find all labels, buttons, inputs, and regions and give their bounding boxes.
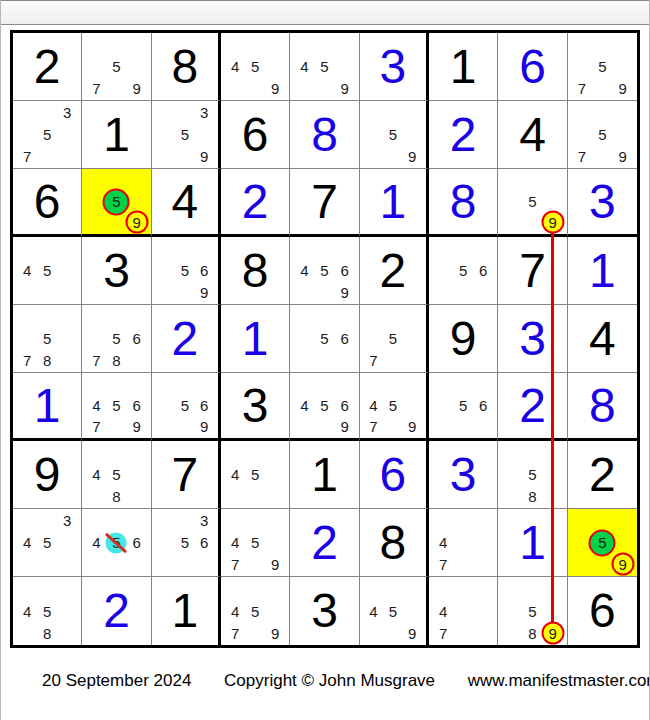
cell-r6c3[interactable]: 569: [152, 373, 221, 441]
sudoku-board: 2579845945931657935713596859245796594271…: [10, 30, 640, 648]
candidate-digit: 5: [245, 532, 265, 554]
pencil-marks: 56: [433, 238, 493, 303]
candidate-digit: 6: [473, 395, 493, 416]
pencil-marks: 569: [156, 374, 214, 437]
cell-r9c3[interactable]: 1: [152, 577, 221, 645]
candidate-digit: 9: [265, 553, 285, 575]
cell-r2c2[interactable]: 1: [82, 101, 151, 169]
cell-r1c4[interactable]: 459: [221, 33, 290, 101]
candidate-digit: 5: [592, 124, 612, 146]
cell-r1c2[interactable]: 579: [82, 33, 151, 101]
pencil-marks: 4579: [364, 374, 422, 437]
pencil-marks: 45: [17, 238, 77, 303]
candidate-digit: 9: [613, 145, 633, 167]
pencil-marks: 459: [225, 34, 285, 99]
footer-copyright: Copyright © John Musgrave: [224, 671, 435, 691]
footer-date: 20 September 2024: [42, 671, 191, 691]
cell-value: 7: [290, 169, 358, 234]
cell-r6c4[interactable]: 3: [221, 373, 290, 441]
pencil-marks: 47: [433, 510, 493, 575]
cell-r3c9[interactable]: 3: [568, 169, 637, 237]
pencil-marks: 579: [572, 34, 633, 99]
cell-value: 2: [221, 169, 289, 234]
cell-value: 9: [13, 441, 81, 508]
pencil-marks: 4569: [294, 374, 354, 437]
candidate-digit: 7: [86, 77, 106, 99]
candidate-digit: 9: [127, 77, 147, 99]
candidate-digit: 8: [522, 622, 542, 644]
cell-value: 8: [360, 509, 426, 576]
candidate-digit: 6: [335, 260, 355, 282]
cell-r9c4[interactable]: 4579: [221, 577, 290, 645]
candidate-digit: 7: [86, 416, 106, 437]
pencil-marks: 4579: [225, 510, 285, 575]
candidate-digit: 3: [195, 510, 214, 532]
cell-r1c3[interactable]: 8: [152, 33, 221, 101]
candidate-digit: 5: [106, 56, 126, 78]
candidate-digit: 6: [127, 328, 147, 350]
candidate-digit: 4: [225, 464, 245, 486]
pencil-marks: 356: [156, 510, 214, 575]
cell-r6c1[interactable]: 1: [13, 373, 82, 441]
cell-r8c4[interactable]: 4579: [221, 509, 290, 577]
candidate-digit: 6: [335, 395, 355, 416]
pencil-marks: 458: [17, 578, 77, 644]
pencil-marks: 578: [17, 306, 77, 371]
candidate-circle-ring: [611, 552, 634, 575]
pencil-marks: 459: [364, 578, 422, 644]
cell-r4c1[interactable]: 45: [13, 237, 82, 305]
cell-value: 1: [568, 237, 637, 304]
pencil-marks: 59: [364, 102, 422, 167]
candidate-digit: 6: [195, 532, 214, 554]
candidate-digit: 7: [572, 145, 592, 167]
candidate-digit: 9: [195, 281, 214, 303]
cell-r6c8[interactable]: 2: [498, 373, 567, 441]
candidate-digit: 6: [473, 260, 493, 282]
candidate-digit: 5: [245, 600, 265, 622]
cell-value: 8: [221, 237, 289, 304]
candidate-digit: 9: [403, 622, 422, 644]
candidate-digit: 7: [17, 349, 37, 371]
pencil-marks: 47: [433, 578, 493, 644]
candidate-digit: 6: [195, 395, 214, 416]
cell-value: 6: [13, 169, 81, 234]
candidate-digit: 5: [383, 600, 402, 622]
candidate-digit: 9: [127, 416, 147, 437]
cell-r9c6[interactable]: 459: [360, 577, 429, 645]
cell-r5c7[interactable]: 9: [429, 305, 498, 373]
candidate-digit: 4: [433, 600, 453, 622]
cell-r7c7[interactable]: 3: [429, 441, 498, 509]
cell-r5c8[interactable]: 3: [498, 305, 567, 373]
cell-r5c9[interactable]: 4: [568, 305, 637, 373]
candidate-digit: 9: [195, 416, 214, 437]
cell-r9c9[interactable]: 6: [568, 577, 637, 645]
cell-r3c6[interactable]: 1: [360, 169, 429, 237]
cell-r5c1[interactable]: 578: [13, 305, 82, 373]
cell-r1c6[interactable]: 3: [360, 33, 429, 101]
cell-r8c6[interactable]: 8: [360, 509, 429, 577]
cell-value: 4: [568, 305, 637, 372]
cell-r2c9[interactable]: 579: [568, 101, 637, 169]
cell-r4c4[interactable]: 8: [221, 237, 290, 305]
cell-value: 2: [429, 101, 497, 168]
cell-r7c5[interactable]: 1: [290, 441, 359, 509]
cell-r6c2[interactable]: 45679: [82, 373, 151, 441]
cell-value: 8: [152, 33, 218, 100]
candidate-digit: 5: [37, 532, 57, 554]
cell-r8c2[interactable]: 456: [82, 509, 151, 577]
cell-r3c2[interactable]: 59: [82, 169, 151, 237]
candidate-digit: 5: [383, 395, 402, 416]
candidate-digit: 4: [225, 600, 245, 622]
pencil-marks: 45679: [86, 374, 146, 437]
cell-value: 3: [568, 169, 637, 234]
cell-value: 6: [221, 101, 289, 168]
cell-value: 2: [498, 373, 566, 438]
cell-r8c3[interactable]: 356: [152, 509, 221, 577]
cell-r6c5[interactable]: 4569: [290, 373, 359, 441]
candidate-digit: 9: [335, 281, 355, 303]
candidate-digit: 9: [335, 77, 355, 99]
candidate-digit: 4: [364, 395, 383, 416]
cell-value: 4: [152, 169, 218, 234]
pencil-marks: 5678: [86, 306, 146, 371]
pencil-marks: 56: [433, 374, 493, 437]
pencil-marks: 569: [156, 238, 214, 303]
cell-r8c8[interactable]: 1: [498, 509, 567, 577]
cell-r9c5[interactable]: 3: [290, 577, 359, 645]
candidate-digit: 6: [335, 328, 355, 350]
candidate-digit: 9: [265, 77, 285, 99]
candidate-digit: 5: [522, 464, 542, 486]
cell-value: 3: [429, 441, 497, 508]
candidate-digit: 9: [403, 145, 422, 167]
cell-value: 3: [290, 577, 358, 645]
candidate-digit: 7: [17, 145, 37, 167]
candidate-digit: 7: [364, 416, 383, 437]
window-titlebar: [0, 0, 650, 25]
candidate-digit: 3: [57, 102, 77, 124]
cell-r5c4[interactable]: 1: [221, 305, 290, 373]
cell-r3c3[interactable]: 4: [152, 169, 221, 237]
cell-value: 2: [152, 305, 218, 372]
pencil-marks: 4569: [294, 238, 354, 303]
cell-r9c8[interactable]: 589: [498, 577, 567, 645]
candidate-digit: 5: [245, 56, 265, 78]
candidate-digit: 4: [86, 532, 106, 554]
cell-r8c1[interactable]: 345: [13, 509, 82, 577]
cell-r2c1[interactable]: 357: [13, 101, 82, 169]
pencil-marks: 4579: [225, 578, 285, 644]
cell-r3c5[interactable]: 7: [290, 169, 359, 237]
cell-r3c1[interactable]: 6: [13, 169, 82, 237]
cell-value: 2: [13, 33, 81, 100]
candidate-digit: 4: [17, 260, 37, 282]
cell-value: 6: [568, 577, 637, 645]
cell-r3c4[interactable]: 2: [221, 169, 290, 237]
cell-value: 2: [82, 577, 150, 645]
cell-r2c4[interactable]: 6: [221, 101, 290, 169]
cell-r6c6[interactable]: 4579: [360, 373, 429, 441]
pencil-marks: 56: [294, 306, 354, 371]
cell-r3c7[interactable]: 8: [429, 169, 498, 237]
cell-r9c2[interactable]: 2: [82, 577, 151, 645]
candidate-digit: 7: [225, 622, 245, 644]
cell-r7c1[interactable]: 9: [13, 441, 82, 509]
candidate-digit: 9: [195, 145, 214, 167]
candidate-digit: 6: [195, 260, 214, 282]
cell-r7c2[interactable]: 458: [82, 441, 151, 509]
cell-value: 8: [290, 101, 358, 168]
cell-r9c7[interactable]: 47: [429, 577, 498, 645]
candidate-digit: 5: [175, 124, 194, 146]
candidate-circle-green: [589, 529, 616, 556]
candidate-digit: 4: [17, 600, 37, 622]
candidate-digit: 7: [572, 77, 592, 99]
candidate-digit: 4: [17, 532, 37, 554]
candidate-digit: 7: [364, 349, 383, 371]
candidate-circle-yellow: [541, 211, 564, 234]
candidate-digit: 5: [37, 600, 57, 622]
cell-r9c1[interactable]: 458: [13, 577, 82, 645]
candidate-digit: 4: [294, 260, 314, 282]
candidate-digit: 6: [127, 395, 147, 416]
cell-r2c5[interactable]: 8: [290, 101, 359, 169]
candidate-digit: 5: [314, 395, 334, 416]
cell-r8c9[interactable]: 59: [568, 509, 637, 577]
candidate-digit: 8: [106, 485, 126, 507]
cell-r1c8[interactable]: 6: [498, 33, 567, 101]
candidate-digit: 5: [37, 124, 57, 146]
candidate-digit: 5: [314, 260, 334, 282]
candidate-digit: 3: [195, 102, 214, 124]
cell-value: 7: [152, 441, 218, 508]
cell-value: 7: [498, 237, 566, 304]
cell-r5c5[interactable]: 56: [290, 305, 359, 373]
cell-r2c3[interactable]: 359: [152, 101, 221, 169]
candidate-digit: 5: [453, 395, 473, 416]
cell-r8c5[interactable]: 2: [290, 509, 359, 577]
cell-r3c8[interactable]: 59: [498, 169, 567, 237]
cell-value: 1: [82, 101, 150, 168]
pencil-marks: 357: [17, 102, 77, 167]
cell-value: 1: [498, 509, 566, 576]
candidate-digit: 5: [175, 532, 194, 554]
pencil-marks: 359: [156, 102, 214, 167]
candidate-digit: 5: [37, 260, 57, 282]
footer: 20 September 2024 Copyright © John Musgr…: [42, 671, 650, 691]
candidate-circle-yellow: [541, 621, 564, 644]
candidate-digit: 5: [592, 56, 612, 78]
candidate-digit: 5: [106, 464, 126, 486]
candidate-digit: 4: [225, 532, 245, 554]
candidate-digit: 5: [175, 395, 194, 416]
candidate-digit: 7: [433, 622, 453, 644]
cell-value: 1: [13, 373, 81, 438]
cell-value: 3: [360, 33, 426, 100]
candidate-digit: 5: [106, 328, 126, 350]
candidate-digit: 4: [294, 395, 314, 416]
candidate-digit: 4: [364, 600, 383, 622]
cell-value: 6: [498, 33, 566, 100]
cell-r7c3[interactable]: 7: [152, 441, 221, 509]
cell-r5c2[interactable]: 5678: [82, 305, 151, 373]
cell-value: 1: [152, 577, 218, 645]
candidate-digit: 7: [86, 349, 106, 371]
candidate-digit: 8: [522, 485, 542, 507]
pencil-marks: 345: [17, 510, 77, 575]
cell-value: 1: [290, 441, 358, 508]
cell-r7c4[interactable]: 45: [221, 441, 290, 509]
candidate-digit: 9: [613, 77, 633, 99]
footer-website: www.manifestmaster.com: [468, 671, 650, 691]
cell-r1c7[interactable]: 1: [429, 33, 498, 101]
cell-r6c7[interactable]: 56: [429, 373, 498, 441]
cell-value: 1: [221, 305, 289, 372]
candidate-digit: 5: [383, 124, 402, 146]
cell-r7c6[interactable]: 6: [360, 441, 429, 509]
cell-r4c2[interactable]: 3: [82, 237, 151, 305]
cell-value: 3: [82, 237, 150, 304]
cell-r5c3[interactable]: 2: [152, 305, 221, 373]
candidate-digit: 5: [314, 56, 334, 78]
candidate-digit: 3: [57, 510, 77, 532]
candidate-digit: 4: [433, 532, 453, 554]
candidate-digit: 4: [86, 464, 106, 486]
cell-value: 1: [429, 33, 497, 100]
candidate-digit: 8: [37, 622, 57, 644]
cell-r7c8[interactable]: 58: [498, 441, 567, 509]
cell-r6c9[interactable]: 8: [568, 373, 637, 441]
candidate-digit: 7: [225, 553, 245, 575]
pencil-marks: 57: [364, 306, 422, 371]
cell-value: 8: [429, 169, 497, 234]
candidate-digit: 6: [127, 532, 147, 554]
candidate-digit: 5: [37, 328, 57, 350]
pencil-marks: 579: [86, 34, 146, 99]
candidate-digit: 8: [106, 349, 126, 371]
cell-value: 1: [360, 169, 426, 234]
candidate-circle-green: [103, 188, 130, 215]
candidate-digit: 5: [106, 395, 126, 416]
cell-r7c9[interactable]: 2: [568, 441, 637, 509]
candidate-digit: 4: [225, 56, 245, 78]
candidate-digit: 5: [522, 191, 542, 212]
cell-r5c6[interactable]: 57: [360, 305, 429, 373]
cell-r8c7[interactable]: 47: [429, 509, 498, 577]
candidate-digit: 5: [453, 260, 473, 282]
candidate-digit: 9: [265, 622, 285, 644]
cell-value: 3: [498, 305, 566, 372]
cell-r4c5[interactable]: 4569: [290, 237, 359, 305]
cell-r2c7[interactable]: 2: [429, 101, 498, 169]
cell-r4c6[interactable]: 2: [360, 237, 429, 305]
candidate-digit: 5: [383, 328, 402, 350]
pencil-marks: 579: [572, 102, 633, 167]
cell-value: 3: [221, 373, 289, 438]
pencil-marks: 45: [225, 442, 285, 507]
cell-r1c5[interactable]: 459: [290, 33, 359, 101]
candidate-digit: 5: [522, 600, 542, 622]
cell-value: 9: [429, 305, 497, 372]
cell-value: 8: [568, 373, 637, 438]
candidate-digit: 5: [245, 464, 265, 486]
cell-value: 6: [360, 441, 426, 508]
cell-value: 2: [290, 509, 358, 576]
candidate-digit: 9: [335, 416, 355, 437]
cell-r2c6[interactable]: 59: [360, 101, 429, 169]
candidate-circle-ring: [125, 211, 148, 234]
candidate-digit: 5: [175, 260, 194, 282]
chain-line: [551, 225, 554, 633]
candidate-digit: 7: [433, 553, 453, 575]
cell-value: 4: [498, 101, 566, 168]
cell-r4c8[interactable]: 7: [498, 237, 567, 305]
candidate-digit: 4: [86, 395, 106, 416]
cell-r4c9[interactable]: 1: [568, 237, 637, 305]
candidate-digit: 8: [37, 349, 57, 371]
candidate-digit: 4: [294, 56, 314, 78]
cell-r1c9[interactable]: 579: [568, 33, 637, 101]
candidate-digit: 5: [314, 328, 334, 350]
cell-value: 2: [360, 237, 426, 304]
candidate-digit: 9: [403, 416, 422, 437]
cell-value: 2: [568, 441, 637, 508]
cell-r2c8[interactable]: 4: [498, 101, 567, 169]
pencil-marks: 459: [294, 34, 354, 99]
pencil-marks: 458: [86, 442, 146, 507]
cell-r1c1[interactable]: 2: [13, 33, 82, 101]
cell-r4c7[interactable]: 56: [429, 237, 498, 305]
cell-r4c3[interactable]: 569: [152, 237, 221, 305]
